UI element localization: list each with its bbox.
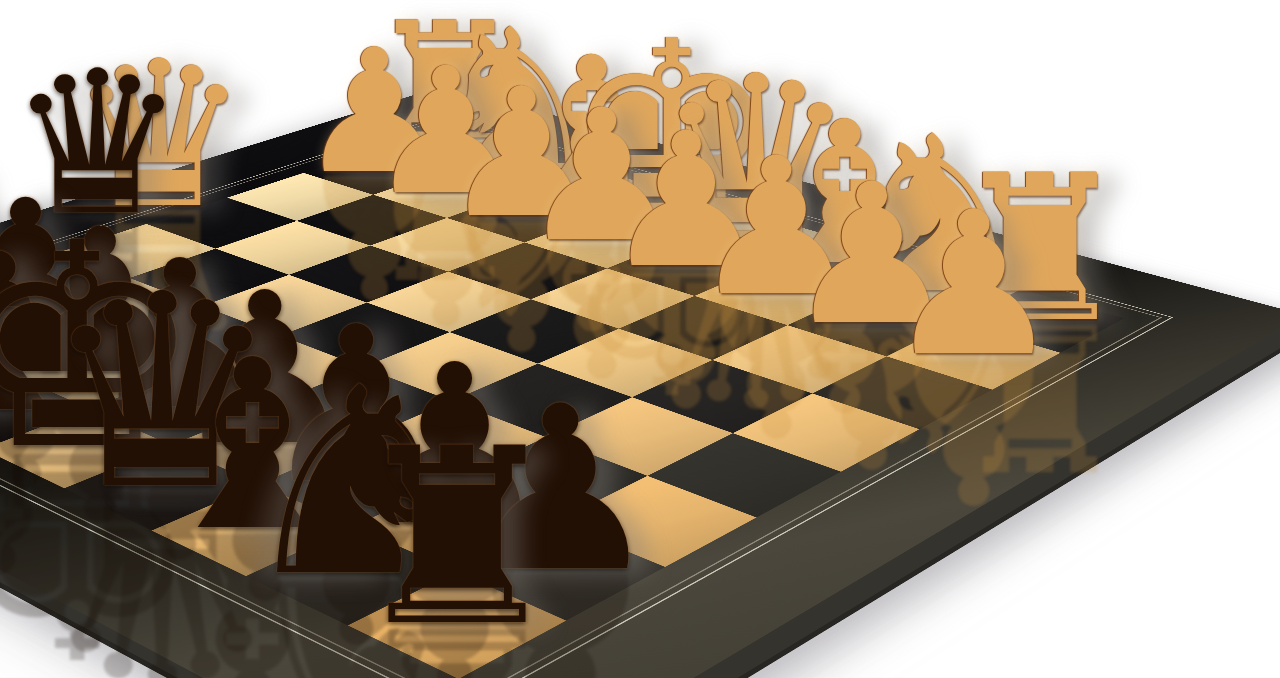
chess-board <box>0 86 1280 678</box>
board-grid <box>0 127 1124 678</box>
product-photo-scene: ♜♜♞♞♟♟♝♝♟♟♛♛♛♛♚♚♟♟♛♛♟♟♝♝♟♟♞♞♟♟♟♟♜♜♟♟♟♟♟♟… <box>0 0 1280 678</box>
